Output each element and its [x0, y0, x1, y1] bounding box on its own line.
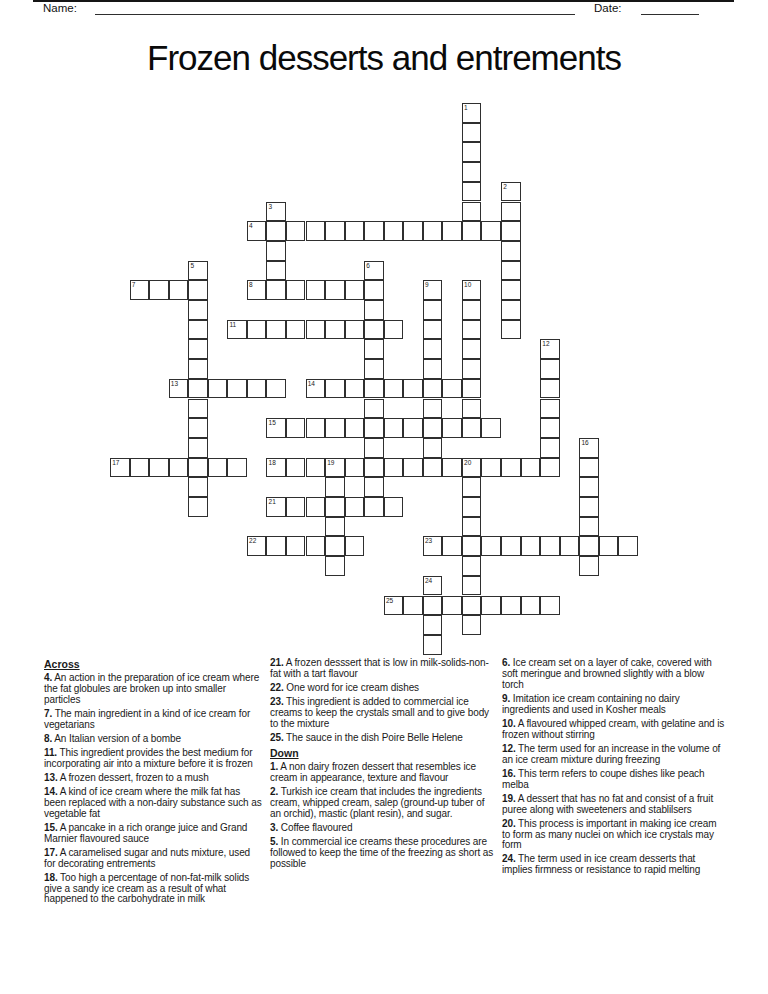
grid-cell-r20c14[interactable] [384, 497, 404, 517]
grid-cell-r25c19[interactable] [481, 596, 501, 616]
grid-cell-r5c8[interactable]: 3 [266, 202, 286, 222]
clue-number-11: 11 [229, 321, 236, 328]
grid-cell-r18c4[interactable] [188, 458, 208, 478]
clue-number-4: 4 [249, 222, 253, 229]
grid-cell-r17c13[interactable] [364, 438, 384, 458]
grid-cell-r9c10[interactable] [306, 280, 326, 300]
grid-cell-r18c13[interactable] [364, 458, 384, 478]
worksheet-page: Name: Date: Frozen desserts and entremen… [0, 0, 768, 994]
grid-cell-r11c13[interactable] [364, 320, 384, 340]
grid-cell-r18c11[interactable]: 19 [325, 458, 345, 478]
grid-cell-r25c22[interactable] [540, 596, 560, 616]
down-header: Down [270, 747, 496, 759]
grid-cell-r18c5[interactable] [208, 458, 228, 478]
grid-cell-r8c20[interactable] [501, 261, 521, 281]
clue-number-6: 6 [366, 262, 370, 269]
grid-cell-r4c18[interactable] [462, 182, 482, 202]
grid-cell-r14c13[interactable] [364, 379, 384, 399]
grid-cell-r22c26[interactable] [618, 536, 638, 556]
grid-cell-r19c11[interactable] [325, 477, 345, 497]
grid-cell-r5c18[interactable] [462, 202, 482, 222]
clue-column-3: 6. Ice cream set on a layer of cake, cov… [502, 658, 726, 879]
grid-cell-r22c16[interactable]: 23 [423, 536, 443, 556]
grid-cell-r6c15[interactable] [403, 221, 423, 241]
grid-cell-r6c13[interactable] [364, 221, 384, 241]
clue-across-7: 7. The main ingredient in a kind of ice … [44, 709, 263, 731]
grid-cell-r1c18[interactable] [462, 123, 482, 143]
grid-cell-r18c12[interactable] [345, 458, 365, 478]
grid-cell-r9c8[interactable] [266, 280, 286, 300]
clue-number-7: 7 [132, 281, 136, 288]
grid-cell-r22c22[interactable] [540, 536, 560, 556]
grid-cell-r19c13[interactable] [364, 477, 384, 497]
grid-cell-r25c20[interactable] [501, 596, 521, 616]
grid-cell-r22c18[interactable] [462, 536, 482, 556]
grid-cell-r22c21[interactable] [521, 536, 541, 556]
page-title: Frozen desserts and entrements [0, 38, 768, 78]
name-label: Name: [43, 2, 77, 14]
grid-cell-r6c7[interactable]: 4 [247, 221, 267, 241]
grid-cell-r14c5[interactable] [208, 379, 228, 399]
grid-cell-r11c6[interactable]: 11 [227, 320, 247, 340]
crossword-grid: 1234567891011121314151617181920212223242… [110, 103, 638, 655]
clue-across-25: 25. The sauce in the dish Poire Belle He… [270, 733, 496, 744]
grid-cell-r9c2[interactable] [149, 280, 169, 300]
grid-cell-r18c9[interactable] [286, 458, 306, 478]
clue-across-15: 15. A pancake in a rich orange juice and… [44, 823, 263, 845]
grid-cell-r17c4[interactable] [188, 438, 208, 458]
clue-down-24: 24. The term used in ice cream desserts … [502, 854, 726, 876]
grid-cell-r23c24[interactable] [579, 556, 599, 576]
grid-cell-r16c10[interactable] [306, 418, 326, 438]
clue-number-19: 19 [327, 459, 334, 466]
grid-cell-r14c16[interactable] [423, 379, 443, 399]
grid-cell-r18c0[interactable]: 17 [110, 458, 130, 478]
grid-cell-r11c16[interactable] [423, 320, 443, 340]
grid-cell-r8c4[interactable]: 5 [188, 261, 208, 281]
grid-cell-r10c18[interactable] [462, 300, 482, 320]
clue-across-14: 14. A kind of ice cream where the milk f… [44, 787, 263, 819]
grid-cell-r13c16[interactable] [423, 359, 443, 379]
grid-cell-r17c16[interactable] [423, 438, 443, 458]
grid-cell-r20c24[interactable] [579, 497, 599, 517]
clue-across-22: 22. One word for ice cream dishes [270, 683, 496, 694]
grid-cell-r20c8[interactable]: 21 [266, 497, 286, 517]
grid-cell-r22c11[interactable] [325, 536, 345, 556]
grid-cell-r16c8[interactable]: 15 [266, 418, 286, 438]
grid-cell-r18c22[interactable] [540, 458, 560, 478]
clue-number-16: 16 [581, 439, 588, 446]
grid-cell-r9c9[interactable] [286, 280, 306, 300]
grid-cell-r6c10[interactable] [306, 221, 326, 241]
grid-cell-r22c17[interactable] [442, 536, 462, 556]
grid-cell-r11c7[interactable] [247, 320, 267, 340]
grid-cell-r14c12[interactable] [345, 379, 365, 399]
grid-cell-r9c20[interactable] [501, 280, 521, 300]
grid-cell-r16c12[interactable] [345, 418, 365, 438]
grid-cell-r9c7[interactable]: 8 [247, 280, 267, 300]
clue-down-9: 9. Imitation ice cream containing no dai… [502, 694, 726, 716]
clue-number-5: 5 [190, 262, 194, 269]
grid-cell-r20c13[interactable] [364, 497, 384, 517]
grid-cell-r4c20[interactable]: 2 [501, 182, 521, 202]
grid-cell-r18c2[interactable] [149, 458, 169, 478]
grid-cell-r2c18[interactable] [462, 142, 482, 162]
clue-number-10: 10 [464, 281, 471, 288]
grid-cell-r15c22[interactable] [540, 399, 560, 419]
grid-cell-r12c13[interactable] [364, 339, 384, 359]
date-blank-line [641, 13, 699, 15]
grid-cell-r11c8[interactable] [266, 320, 286, 340]
grid-cell-r20c12[interactable] [345, 497, 365, 517]
grid-cell-r7c20[interactable] [501, 241, 521, 261]
grid-cell-r25c14[interactable]: 25 [384, 596, 404, 616]
grid-cell-r25c21[interactable] [521, 596, 541, 616]
grid-cell-r8c13[interactable]: 6 [364, 261, 384, 281]
clue-across-17: 17. A caramelised sugar and nuts mixture… [44, 848, 263, 870]
grid-cell-r14c11[interactable] [325, 379, 345, 399]
grid-cell-r18c3[interactable] [169, 458, 189, 478]
grid-cell-r14c3[interactable]: 13 [169, 379, 189, 399]
clue-column-2: 21. A frozen desssert that is low in mil… [270, 658, 496, 873]
grid-cell-r14c6[interactable] [227, 379, 247, 399]
clue-number-13: 13 [171, 380, 178, 387]
grid-cell-r14c22[interactable] [540, 379, 560, 399]
grid-cell-r22c7[interactable]: 22 [247, 536, 267, 556]
grid-cell-r8c8[interactable] [266, 261, 286, 281]
clue-number-3: 3 [269, 203, 273, 210]
grid-cell-r16c11[interactable] [325, 418, 345, 438]
across-header: Across [44, 658, 263, 670]
grid-cell-r9c16[interactable]: 9 [423, 280, 443, 300]
grid-cell-r21c11[interactable] [325, 517, 345, 537]
grid-cell-r16c16[interactable] [423, 418, 443, 438]
grid-cell-r22c12[interactable] [345, 536, 365, 556]
grid-cell-r12c22[interactable]: 12 [540, 339, 560, 359]
grid-cell-r25c16[interactable] [423, 596, 443, 616]
clue-down-2: 2. Turkish ice cream that includes the i… [270, 787, 496, 819]
grid-cell-r9c3[interactable] [169, 280, 189, 300]
grid-cell-r9c13[interactable] [364, 280, 384, 300]
grid-cell-r19c4[interactable] [188, 477, 208, 497]
grid-cell-r10c16[interactable] [423, 300, 443, 320]
clue-number-12: 12 [542, 340, 549, 347]
grid-cell-r20c9[interactable] [286, 497, 306, 517]
grid-cell-r15c4[interactable] [188, 399, 208, 419]
grid-cell-r22c8[interactable] [266, 536, 286, 556]
clue-down-5: 5. In commercial ice creams these proced… [270, 837, 496, 869]
grid-cell-r18c24[interactable] [579, 458, 599, 478]
grid-cell-r16c15[interactable] [403, 418, 423, 438]
grid-cell-r6c19[interactable] [481, 221, 501, 241]
clue-across-18: 18. Too high a percentage of non-fat-mil… [44, 873, 263, 905]
clue-down-3: 3. Coffee flavoured [270, 823, 496, 834]
grid-cell-r25c18[interactable] [462, 596, 482, 616]
grid-cell-r11c18[interactable] [462, 320, 482, 340]
clue-across-23: 23. This ingredient is added to commerci… [270, 697, 496, 729]
grid-cell-r9c18[interactable]: 10 [462, 280, 482, 300]
grid-cell-r3c18[interactable] [462, 162, 482, 182]
grid-cell-r25c17[interactable] [442, 596, 462, 616]
clue-number-22: 22 [249, 537, 256, 544]
grid-cell-r22c19[interactable] [481, 536, 501, 556]
grid-cell-r20c11[interactable] [325, 497, 345, 517]
clue-number-17: 17 [112, 459, 119, 466]
grid-cell-r6c20[interactable] [501, 221, 521, 241]
grid-cell-r20c10[interactable] [306, 497, 326, 517]
grid-cell-r16c9[interactable] [286, 418, 306, 438]
grid-cell-r14c8[interactable] [266, 379, 286, 399]
grid-cell-r11c9[interactable] [286, 320, 306, 340]
grid-cell-r12c16[interactable] [423, 339, 443, 359]
grid-cell-r16c22[interactable] [540, 418, 560, 438]
grid-cell-r24c18[interactable] [462, 576, 482, 596]
grid-cell-r15c18[interactable] [462, 399, 482, 419]
clue-down-16: 16. This term refers to coupe dishes lik… [502, 769, 726, 791]
grid-cell-r11c20[interactable] [501, 320, 521, 340]
clue-down-19: 19. A dessert that has no fat and consis… [502, 794, 726, 816]
grid-cell-r17c24[interactable]: 16 [579, 438, 599, 458]
clue-number-8: 8 [249, 281, 253, 288]
clue-down-1: 1. A non dairy frozen dessert that resem… [270, 762, 496, 784]
grid-cell-r22c25[interactable] [599, 536, 619, 556]
grid-cell-r16c19[interactable] [481, 418, 501, 438]
grid-cell-r10c13[interactable] [364, 300, 384, 320]
grid-cell-r18c16[interactable] [423, 458, 443, 478]
clue-down-10: 10. A flavoured whipped cream, with gela… [502, 719, 726, 741]
grid-cell-r24c16[interactable]: 24 [423, 576, 443, 596]
grid-cell-r21c24[interactable] [579, 517, 599, 537]
grid-cell-r6c12[interactable] [345, 221, 365, 241]
grid-cell-r18c10[interactable] [306, 458, 326, 478]
grid-cell-r10c20[interactable] [501, 300, 521, 320]
grid-cell-r11c4[interactable] [188, 320, 208, 340]
grid-cell-r10c4[interactable] [188, 300, 208, 320]
grid-cell-r18c1[interactable] [130, 458, 150, 478]
grid-cell-r6c8[interactable] [266, 221, 286, 241]
grid-cell-r11c11[interactable] [325, 320, 345, 340]
grid-cell-r14c14[interactable] [384, 379, 404, 399]
grid-cell-r14c15[interactable] [403, 379, 423, 399]
grid-cell-r11c10[interactable] [306, 320, 326, 340]
grid-cell-r16c17[interactable] [442, 418, 462, 438]
grid-cell-r6c9[interactable] [286, 221, 306, 241]
grid-cell-r16c18[interactable] [462, 418, 482, 438]
clue-number-18: 18 [269, 459, 276, 466]
clue-number-24: 24 [425, 577, 432, 584]
clue-down-6: 6. Ice cream set on a layer of cake, cov… [502, 658, 726, 690]
grid-cell-r25c15[interactable] [403, 596, 423, 616]
clue-down-12: 12. The term used for an increase in the… [502, 744, 726, 766]
grid-cell-r17c22[interactable] [540, 438, 560, 458]
top-divider [33, 0, 734, 2]
grid-cell-r9c1[interactable]: 7 [130, 280, 150, 300]
clue-across-4: 4. An action in the preparation of ice c… [44, 673, 263, 705]
grid-cell-r18c19[interactable] [481, 458, 501, 478]
grid-cell-r5c20[interactable] [501, 202, 521, 222]
grid-cell-r9c12[interactable] [345, 280, 365, 300]
name-blank-line [95, 13, 575, 15]
clue-column-1: Across4. An action in the preparation of… [44, 658, 263, 909]
grid-cell-r19c18[interactable] [462, 477, 482, 497]
clue-number-2: 2 [503, 183, 507, 190]
grid-cell-r0c18[interactable]: 1 [462, 103, 482, 123]
grid-cell-r18c21[interactable] [521, 458, 541, 478]
grid-cell-r16c14[interactable] [384, 418, 404, 438]
grid-cell-r18c14[interactable] [384, 458, 404, 478]
grid-cell-r22c9[interactable] [286, 536, 306, 556]
clue-number-23: 23 [425, 537, 432, 544]
clue-number-14: 14 [308, 380, 315, 387]
grid-cell-r18c6[interactable] [227, 458, 247, 478]
grid-cell-r26c16[interactable] [423, 615, 443, 635]
grid-cell-r11c14[interactable] [384, 320, 404, 340]
grid-cell-r6c14[interactable] [384, 221, 404, 241]
date-label: Date: [594, 2, 622, 14]
grid-cell-r22c23[interactable] [560, 536, 580, 556]
grid-cell-r14c17[interactable] [442, 379, 462, 399]
grid-cell-r18c17[interactable] [442, 458, 462, 478]
clue-down-20: 20. This process is important in making … [502, 819, 726, 851]
clue-across-11: 11. This ingredient provides the best me… [44, 748, 263, 770]
grid-cell-r18c15[interactable] [403, 458, 423, 478]
grid-cell-r14c18[interactable] [462, 379, 482, 399]
grid-cell-r13c4[interactable] [188, 359, 208, 379]
grid-cell-r23c11[interactable] [325, 556, 345, 576]
grid-cell-r6c18[interactable] [462, 221, 482, 241]
grid-cell-r22c24[interactable] [579, 536, 599, 556]
grid-cell-r12c4[interactable] [188, 339, 208, 359]
grid-cell-r15c16[interactable] [423, 399, 443, 419]
grid-cell-r18c8[interactable]: 18 [266, 458, 286, 478]
grid-cell-r20c18[interactable] [462, 497, 482, 517]
grid-cell-r21c18[interactable] [462, 517, 482, 537]
clue-number-20: 20 [464, 459, 471, 466]
grid-cell-r6c16[interactable] [423, 221, 443, 241]
clue-number-21: 21 [269, 498, 276, 505]
grid-cell-r14c4[interactable] [188, 379, 208, 399]
grid-cell-r14c7[interactable] [247, 379, 267, 399]
grid-cell-r12c18[interactable] [462, 339, 482, 359]
grid-cell-r20c4[interactable] [188, 497, 208, 517]
clue-number-15: 15 [269, 419, 276, 426]
grid-cell-r16c13[interactable] [364, 418, 384, 438]
grid-cell-r13c22[interactable] [540, 359, 560, 379]
grid-cell-r19c24[interactable] [579, 477, 599, 497]
grid-cell-r13c18[interactable] [462, 359, 482, 379]
grid-cell-r9c4[interactable] [188, 280, 208, 300]
grid-cell-r7c8[interactable] [266, 241, 286, 261]
grid-cell-r18c20[interactable] [501, 458, 521, 478]
grid-cell-r15c13[interactable] [364, 399, 384, 419]
clue-across-13: 13. A frozen dessert, frozen to a mush [44, 773, 263, 784]
grid-cell-r18c18[interactable]: 20 [462, 458, 482, 478]
grid-cell-r22c10[interactable] [306, 536, 326, 556]
grid-cell-r22c20[interactable] [501, 536, 521, 556]
clue-across-8: 8. An Italian version of a bombe [44, 734, 263, 745]
grid-cell-r23c18[interactable] [462, 556, 482, 576]
grid-cell-r14c10[interactable]: 14 [306, 379, 326, 399]
grid-cell-r27c16[interactable] [423, 635, 443, 655]
grid-cell-r6c11[interactable] [325, 221, 345, 241]
grid-cell-r9c11[interactable] [325, 280, 345, 300]
grid-cell-r26c18[interactable] [462, 615, 482, 635]
grid-cell-r13c13[interactable] [364, 359, 384, 379]
clue-number-1: 1 [464, 104, 468, 111]
clue-number-9: 9 [425, 281, 429, 288]
grid-cell-r6c17[interactable] [442, 221, 462, 241]
clue-across-21: 21. A frozen desssert that is low in mil… [270, 658, 496, 680]
grid-cell-r16c4[interactable] [188, 418, 208, 438]
grid-cell-r11c12[interactable] [345, 320, 365, 340]
clue-number-25: 25 [386, 597, 393, 604]
